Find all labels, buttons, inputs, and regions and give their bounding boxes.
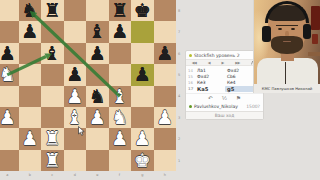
square-e6[interactable]: ♟	[86, 43, 109, 64]
piece-black-bishop[interactable]: ♝	[41, 43, 64, 64]
piece-white-rook[interactable]: ♜	[41, 150, 64, 171]
player-rating: 1500?	[246, 104, 260, 109]
move-number: 14	[186, 68, 195, 73]
first-move-button[interactable]: ◀◀	[192, 61, 197, 65]
move-row: 16Ке3Ке4	[186, 79, 263, 85]
last-move-button[interactable]: ▶▶	[235, 61, 240, 65]
headphone-cup	[262, 26, 271, 42]
square-a2[interactable]	[0, 128, 19, 149]
square-a6[interactable]: ♟	[0, 43, 19, 64]
headphone-cable	[285, 62, 286, 84]
square-a5[interactable]: ♞	[0, 64, 19, 85]
chess-board[interactable]: ♞♜♜♚♟♝♟♟♝♟♟♞♟♟♟♞♝♟♝♟♞♟♟♜♟♟♜♚	[0, 0, 176, 171]
takeback-button[interactable]: ↶	[208, 95, 213, 101]
square-b5[interactable]	[19, 64, 42, 85]
move-row: 15Фxd2Сb6	[186, 73, 263, 79]
square-c3[interactable]	[41, 107, 64, 128]
background-object	[312, 34, 318, 44]
square-h5[interactable]	[154, 64, 177, 85]
piece-black-knight[interactable]: ♞	[86, 86, 109, 107]
move-row: 17Кa5g5	[186, 85, 263, 92]
move-number: 16	[186, 80, 195, 85]
piece-black-pawn[interactable]: ♟	[19, 21, 42, 42]
piece-white-knight[interactable]: ♞	[0, 64, 19, 85]
white-move[interactable]: Кa5	[195, 86, 225, 92]
square-f1[interactable]	[109, 150, 132, 171]
file-label-e: e	[96, 173, 98, 177]
square-e8[interactable]	[86, 0, 109, 21]
file-label-c: c	[51, 173, 53, 177]
square-d7[interactable]	[64, 21, 87, 42]
piece-white-king[interactable]: ♚	[131, 150, 154, 171]
file-label-a: a	[6, 173, 8, 177]
black-move[interactable]: g5	[225, 86, 255, 92]
file-label-d: d	[74, 173, 76, 177]
square-c2[interactable]: ♜	[41, 128, 64, 149]
piece-white-rook[interactable]: ♜	[41, 128, 64, 149]
white-move[interactable]: Фxd2	[195, 74, 225, 79]
player-status-icon	[189, 105, 192, 108]
square-e3[interactable]: ♟	[86, 107, 109, 128]
square-d8[interactable]	[64, 0, 87, 21]
square-a8[interactable]	[0, 0, 19, 21]
piece-white-pawn[interactable]: ♟	[109, 128, 132, 149]
move-list: 14Ла1Фxd215Фxd2Сb616Ке3Ке417Кa5g5	[186, 66, 263, 93]
white-move[interactable]: Ла1	[195, 68, 225, 73]
game-action-buttons: ↶ ½ ⚑	[186, 93, 263, 102]
square-e1[interactable]	[86, 150, 109, 171]
rank-label-1: 1	[178, 159, 180, 163]
square-d4[interactable]: ♟	[64, 86, 87, 107]
opponent-name: Stockfish уровень 2	[194, 53, 240, 58]
square-b1[interactable]	[19, 150, 42, 171]
square-c6[interactable]: ♝	[41, 43, 64, 64]
resign-button[interactable]: ⚑	[236, 95, 241, 101]
piece-black-knight[interactable]: ♞	[19, 0, 42, 21]
square-d2[interactable]	[64, 128, 87, 149]
square-a3[interactable]: ♟	[0, 107, 19, 128]
headphones-icon	[265, 1, 309, 23]
piece-white-pawn[interactable]: ♟	[0, 107, 19, 128]
headphone-cup	[303, 24, 311, 39]
square-h8[interactable]	[154, 0, 177, 21]
background-object	[311, 6, 320, 30]
move-row: 14Ла1Фxd2	[186, 67, 263, 73]
square-g7[interactable]	[131, 21, 154, 42]
app-root: ♞♜♜♚♟♝♟♟♝♟♟♞♟♟♟♞♝♟♝♟♞♟♟♜♟♟♜♚ abcdefgh123…	[0, 0, 320, 180]
square-h7[interactable]	[154, 21, 177, 42]
square-g5[interactable]: ♟	[131, 64, 154, 85]
square-c5[interactable]	[41, 64, 64, 85]
opponent-status-icon	[189, 54, 192, 57]
streamer-eyebrows	[276, 25, 298, 27]
square-g4[interactable]	[131, 86, 154, 107]
square-a4[interactable]	[0, 86, 19, 107]
square-f2[interactable]: ♟	[109, 128, 132, 149]
square-h2[interactable]	[154, 128, 177, 149]
black-move[interactable]: Ке4	[225, 80, 255, 85]
square-h4[interactable]	[154, 86, 177, 107]
turn-status-text: Ваш ход	[186, 111, 263, 119]
square-c7[interactable]	[41, 21, 64, 42]
piece-black-pawn[interactable]: ♟	[86, 43, 109, 64]
square-f7[interactable]: ♟	[109, 21, 132, 42]
rank-label-6: 6	[178, 52, 180, 56]
piece-white-pawn[interactable]: ♟	[131, 128, 154, 149]
next-move-button[interactable]: ▶	[221, 61, 223, 65]
square-c8[interactable]: ♜	[41, 0, 64, 21]
piece-white-knight[interactable]: ♞	[109, 107, 132, 128]
rank-label-8: 8	[178, 9, 180, 13]
square-d3[interactable]: ♝	[64, 107, 87, 128]
piece-black-rook[interactable]: ♜	[41, 0, 64, 21]
square-g1[interactable]: ♚	[131, 150, 154, 171]
background-object	[308, 52, 320, 56]
square-b8[interactable]: ♞	[19, 0, 42, 21]
piece-black-pawn[interactable]: ♟	[131, 64, 154, 85]
square-h6[interactable]: ♟	[154, 43, 177, 64]
move-number: 15	[186, 74, 195, 79]
piece-white-pawn[interactable]: ♟	[154, 107, 177, 128]
file-label-f: f	[119, 173, 120, 177]
replay-controls: ◀◀ ◀ ▶ ▶▶	[186, 59, 263, 66]
square-f3[interactable]: ♞	[109, 107, 132, 128]
streamer-eye	[291, 28, 295, 30]
square-f4[interactable]: ♝	[109, 86, 132, 107]
square-e2[interactable]	[86, 128, 109, 149]
file-label-b: b	[29, 173, 31, 177]
square-a1[interactable]	[0, 150, 19, 171]
rank-label-4: 4	[178, 94, 180, 98]
square-b4[interactable]	[19, 86, 42, 107]
square-b3[interactable]	[19, 107, 42, 128]
rank-label-2: 2	[178, 137, 180, 141]
black-move[interactable]: Сb6	[225, 74, 255, 79]
square-f6[interactable]	[109, 43, 132, 64]
square-f5[interactable]	[109, 64, 132, 85]
rank-label-7: 7	[178, 30, 180, 34]
webcam-caption: КМС Павлушков Николай	[254, 84, 320, 93]
draw-offer-button[interactable]: ½	[222, 95, 227, 101]
white-move[interactable]: Ке3	[195, 80, 225, 85]
square-g6[interactable]	[131, 43, 154, 64]
piece-black-pawn[interactable]: ♟	[0, 43, 19, 64]
square-b2[interactable]: ♟	[19, 128, 42, 149]
square-h3[interactable]: ♟	[154, 107, 177, 128]
webcam-feed: КМС Павлушков Николай	[253, 0, 320, 93]
square-h1[interactable]	[154, 150, 177, 171]
square-c4[interactable]	[41, 86, 64, 107]
piece-black-pawn[interactable]: ♟	[109, 21, 132, 42]
square-d5[interactable]: ♟	[64, 64, 87, 85]
piece-white-pawn[interactable]: ♟	[64, 86, 87, 107]
piece-black-rook[interactable]: ♜	[109, 0, 132, 21]
square-b6[interactable]	[19, 43, 42, 64]
square-g2[interactable]: ♟	[131, 128, 154, 149]
player-row: Pavlushkov_Nikolay 1500?	[186, 102, 263, 111]
square-e5[interactable]	[86, 64, 109, 85]
piece-black-king[interactable]: ♚	[131, 0, 154, 21]
file-label-g: g	[141, 173, 143, 177]
square-c1[interactable]: ♜	[41, 150, 64, 171]
rank-label-3: 3	[178, 116, 180, 120]
square-f8[interactable]: ♜	[109, 0, 132, 21]
piece-white-pawn[interactable]: ♟	[19, 128, 42, 149]
file-label-h: h	[164, 173, 166, 177]
square-g3[interactable]	[131, 107, 154, 128]
streamer-shirt	[257, 58, 318, 84]
piece-white-pawn[interactable]: ♟	[86, 107, 109, 128]
piece-white-bishop[interactable]: ♝	[64, 107, 87, 128]
square-a7[interactable]	[0, 21, 19, 42]
square-e4[interactable]: ♞	[86, 86, 109, 107]
rank-label-5: 5	[178, 73, 180, 77]
square-e7[interactable]: ♝	[86, 21, 109, 42]
square-g8[interactable]: ♚	[131, 0, 154, 21]
piece-black-bishop[interactable]: ♝	[86, 21, 109, 42]
piece-white-bishop[interactable]: ♝	[109, 86, 132, 107]
square-d1[interactable]	[64, 150, 87, 171]
black-move[interactable]: Фxd2	[225, 68, 255, 73]
previous-move-button[interactable]: ◀	[208, 61, 210, 65]
player-name[interactable]: Pavlushkov_Nikolay	[194, 104, 238, 109]
piece-black-pawn[interactable]: ♟	[64, 64, 87, 85]
square-d6[interactable]	[64, 43, 87, 64]
streamer-beard	[271, 36, 303, 54]
move-number: 17	[186, 86, 195, 91]
streamer-neck	[281, 53, 294, 61]
piece-black-pawn[interactable]: ♟	[154, 43, 177, 64]
square-b7[interactable]: ♟	[19, 21, 42, 42]
opponent-row: Stockfish уровень 2	[186, 51, 263, 59]
streamer-eye	[278, 28, 282, 30]
